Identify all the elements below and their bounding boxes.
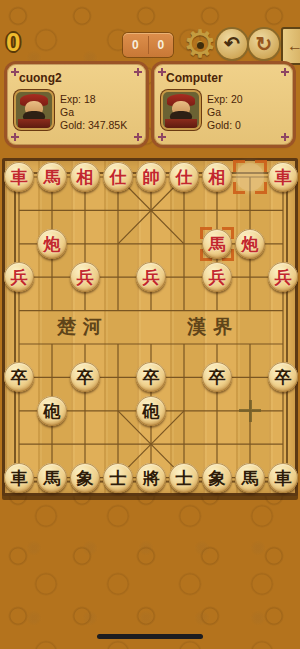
player-line2: Ga <box>207 106 243 119</box>
piece-layer: 車馬相仕帥仕相車炮馬炮兵兵兵兵兵卒卒卒卒卒砲砲車馬象士將士象馬車 <box>5 161 295 493</box>
player-exp: Exp: 20 <box>207 93 243 106</box>
piece-black-elephant[interactable]: 象 <box>70 463 100 493</box>
piece-black-advisor[interactable]: 士 <box>103 463 133 493</box>
player-panel-right: Computer Exp: 20 Ga Gold: 0 <box>154 64 293 145</box>
xiangqi-board[interactable]: 楚河 漢界 車馬相仕帥仕相車炮馬炮兵兵兵兵兵卒卒卒卒卒砲砲車馬象士將士象馬車 <box>2 158 298 496</box>
avatar[interactable] <box>16 92 52 128</box>
gear-center-dot <box>197 42 204 49</box>
crosshair-marker <box>239 400 261 422</box>
avatar[interactable] <box>163 92 199 128</box>
piece-red-chariot[interactable]: 車 <box>4 162 34 192</box>
piece-red-pawn[interactable]: 兵 <box>4 262 34 292</box>
exit-button[interactable]: ← <box>281 27 300 65</box>
score-box: 0 0 <box>123 33 173 57</box>
xiangqi-app: 0 0 0 ⚙ ↶ ↻ ← cuong2 Exp: 18 Ga Gold: 34… <box>0 0 300 649</box>
avatar-armor <box>18 119 50 128</box>
piece-red-advisor[interactable]: 仕 <box>103 162 133 192</box>
player-stats: Exp: 20 Ga Gold: 0 <box>207 93 243 132</box>
redo-button[interactable]: ↻ <box>249 29 279 59</box>
piece-black-pawn[interactable]: 卒 <box>202 362 232 392</box>
piece-black-general[interactable]: 將 <box>136 463 166 493</box>
corner-ornament <box>11 68 19 76</box>
piece-black-advisor[interactable]: 士 <box>169 463 199 493</box>
piece-red-general[interactable]: 帥 <box>136 162 166 192</box>
piece-black-horse[interactable]: 馬 <box>37 463 67 493</box>
settings-button[interactable]: ⚙ <box>180 22 220 66</box>
corner-ornament <box>134 68 142 76</box>
piece-red-pawn[interactable]: 兵 <box>136 262 166 292</box>
piece-black-cannon[interactable]: 砲 <box>136 396 166 426</box>
home-indicator[interactable] <box>97 634 203 639</box>
score-left: 0 <box>123 38 148 52</box>
redo-arrows-icon: ↻ <box>256 33 273 55</box>
piece-red-horse[interactable]: 馬 <box>202 229 232 259</box>
avatar-armor <box>165 119 197 128</box>
player-gold: Gold: 347.85K <box>60 119 127 132</box>
piece-red-chariot[interactable]: 車 <box>268 162 298 192</box>
player-gold: Gold: 0 <box>207 119 243 132</box>
piece-red-elephant[interactable]: 相 <box>70 162 100 192</box>
coin-counter: 0 <box>6 27 20 58</box>
piece-red-elephant[interactable]: 相 <box>202 162 232 192</box>
piece-black-pawn[interactable]: 卒 <box>268 362 298 392</box>
corner-ornament <box>134 133 142 141</box>
corner-ornament <box>158 68 166 76</box>
player-exp: Exp: 18 <box>60 93 127 106</box>
exit-door-icon: ← <box>287 38 300 54</box>
piece-red-cannon[interactable]: 炮 <box>37 229 67 259</box>
piece-black-horse[interactable]: 馬 <box>235 463 265 493</box>
piece-red-pawn[interactable]: 兵 <box>70 262 100 292</box>
undo-arrow-icon: ↶ <box>224 33 240 54</box>
piece-red-pawn[interactable]: 兵 <box>202 262 232 292</box>
piece-black-elephant[interactable]: 象 <box>202 463 232 493</box>
piece-black-chariot[interactable]: 車 <box>268 463 298 493</box>
corner-ornament <box>158 133 166 141</box>
piece-black-pawn[interactable]: 卒 <box>4 362 34 392</box>
undo-button[interactable]: ↶ <box>217 29 247 59</box>
corner-ornament <box>281 68 289 76</box>
player-panel-left: cuong2 Exp: 18 Ga Gold: 347.85K <box>7 64 146 145</box>
piece-black-pawn[interactable]: 卒 <box>70 362 100 392</box>
score-right: 0 <box>149 38 174 52</box>
corner-ornament <box>281 133 289 141</box>
piece-black-cannon[interactable]: 砲 <box>37 396 67 426</box>
corner-ornament <box>11 133 19 141</box>
piece-red-horse[interactable]: 馬 <box>37 162 67 192</box>
piece-red-pawn[interactable]: 兵 <box>268 262 298 292</box>
piece-black-chariot[interactable]: 車 <box>4 463 34 493</box>
piece-black-pawn[interactable]: 卒 <box>136 362 166 392</box>
piece-red-cannon[interactable]: 炮 <box>235 229 265 259</box>
player-name: Computer <box>166 71 223 85</box>
player-name: cuong2 <box>19 71 62 85</box>
player-line2: Ga <box>60 106 127 119</box>
move-origin-marker <box>233 160 267 194</box>
piece-red-advisor[interactable]: 仕 <box>169 162 199 192</box>
player-stats: Exp: 18 Ga Gold: 347.85K <box>60 93 127 132</box>
